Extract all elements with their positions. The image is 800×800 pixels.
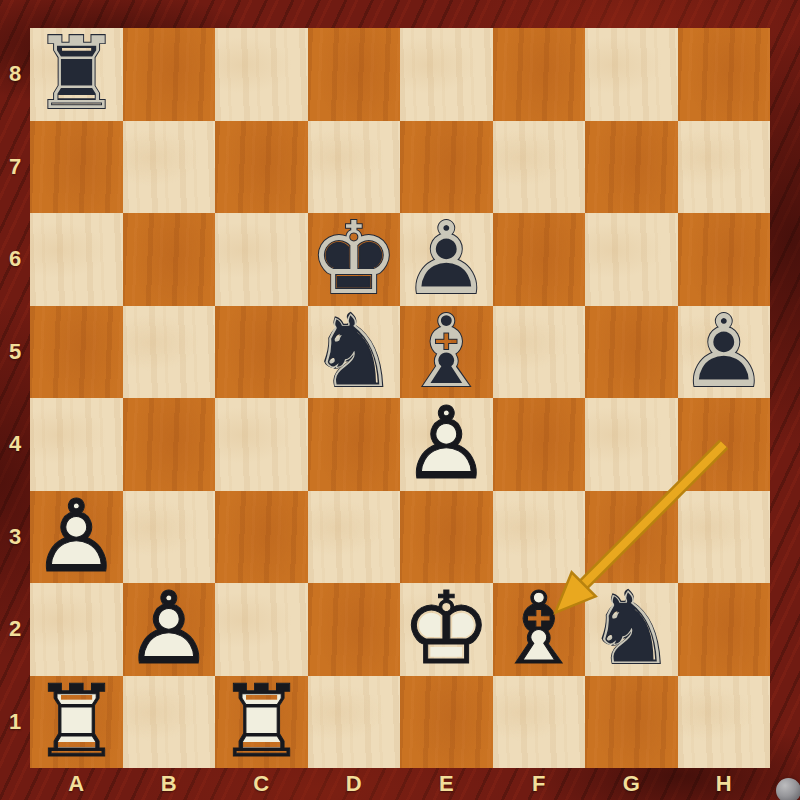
piece-white-king[interactable]: ♚♔	[400, 583, 493, 676]
square-e4[interactable]: ♟♙	[400, 398, 493, 491]
square-d7[interactable]	[308, 121, 401, 214]
rank-label-4: 4	[0, 398, 30, 491]
square-f5[interactable]	[493, 306, 586, 399]
rank-label-6: 6	[0, 213, 30, 306]
square-e3[interactable]	[400, 491, 493, 584]
rank-label-3: 3	[0, 491, 30, 584]
square-f8[interactable]	[493, 28, 586, 121]
square-a7[interactable]	[30, 121, 123, 214]
square-d2[interactable]	[308, 583, 401, 676]
square-c6[interactable]	[215, 213, 308, 306]
square-b2[interactable]: ♟♙	[123, 583, 216, 676]
board-frame: ♜♖♚♔♟♙♞♘♝♗♟♙♟♙♟♙♟♙♚♔♝♗♞♘♜♖♜♖ 87654321 AB…	[0, 0, 800, 800]
pawn-glyph-detail: ♙	[30, 491, 123, 584]
rank-label-5: 5	[0, 306, 30, 399]
square-g1[interactable]	[585, 676, 678, 769]
corner-dot-decoration	[776, 778, 800, 800]
piece-black-pawn[interactable]: ♟♙	[678, 306, 771, 399]
square-f1[interactable]	[493, 676, 586, 769]
piece-white-pawn[interactable]: ♟♙	[400, 398, 493, 491]
file-label-g: G	[585, 768, 678, 800]
pawn-glyph-detail: ♙	[400, 213, 493, 306]
pawn-glyph-detail: ♙	[123, 583, 216, 676]
square-f3[interactable]	[493, 491, 586, 584]
square-a2[interactable]	[30, 583, 123, 676]
square-b6[interactable]	[123, 213, 216, 306]
piece-black-king[interactable]: ♚♔	[308, 213, 401, 306]
pawn-glyph-detail: ♙	[400, 398, 493, 491]
square-h6[interactable]	[678, 213, 771, 306]
file-label-b: B	[123, 768, 216, 800]
bishop-glyph-detail: ♗	[493, 583, 586, 676]
square-a4[interactable]	[30, 398, 123, 491]
knight-glyph-detail: ♘	[308, 306, 401, 399]
rank-label-2: 2	[0, 583, 30, 676]
square-h2[interactable]	[678, 583, 771, 676]
square-f2[interactable]: ♝♗	[493, 583, 586, 676]
square-c1[interactable]: ♜♖	[215, 676, 308, 769]
piece-white-pawn[interactable]: ♟♙	[123, 583, 216, 676]
piece-white-rook[interactable]: ♜♖	[30, 676, 123, 769]
square-f6[interactable]	[493, 213, 586, 306]
file-label-a: A	[30, 768, 123, 800]
file-label-d: D	[308, 768, 401, 800]
square-b8[interactable]	[123, 28, 216, 121]
chessboard: ♜♖♚♔♟♙♞♘♝♗♟♙♟♙♟♙♟♙♚♔♝♗♞♘♜♖♜♖	[30, 28, 770, 768]
square-d8[interactable]	[308, 28, 401, 121]
piece-white-rook[interactable]: ♜♖	[215, 676, 308, 769]
rook-glyph-detail: ♖	[215, 676, 308, 769]
square-d1[interactable]	[308, 676, 401, 769]
square-g6[interactable]	[585, 213, 678, 306]
square-c3[interactable]	[215, 491, 308, 584]
square-c7[interactable]	[215, 121, 308, 214]
square-b1[interactable]	[123, 676, 216, 769]
bishop-glyph-detail: ♗	[400, 306, 493, 399]
square-b4[interactable]	[123, 398, 216, 491]
square-e7[interactable]	[400, 121, 493, 214]
square-e8[interactable]	[400, 28, 493, 121]
square-f7[interactable]	[493, 121, 586, 214]
square-c8[interactable]	[215, 28, 308, 121]
square-a8[interactable]: ♜♖	[30, 28, 123, 121]
piece-black-rook[interactable]: ♜♖	[30, 28, 123, 121]
square-h4[interactable]	[678, 398, 771, 491]
square-c5[interactable]	[215, 306, 308, 399]
square-g7[interactable]	[585, 121, 678, 214]
piece-black-knight[interactable]: ♞♘	[585, 583, 678, 676]
pawn-glyph-detail: ♙	[678, 306, 771, 399]
file-label-c: C	[215, 768, 308, 800]
square-h1[interactable]	[678, 676, 771, 769]
square-c2[interactable]	[215, 583, 308, 676]
square-g3[interactable]	[585, 491, 678, 584]
king-glyph-detail: ♔	[400, 583, 493, 676]
piece-white-bishop[interactable]: ♝♗	[493, 583, 586, 676]
file-label-h: H	[678, 768, 771, 800]
rook-glyph-detail: ♖	[30, 676, 123, 769]
square-b7[interactable]	[123, 121, 216, 214]
square-e6[interactable]: ♟♙	[400, 213, 493, 306]
piece-white-pawn[interactable]: ♟♙	[30, 491, 123, 584]
rank-label-1: 1	[0, 676, 30, 769]
square-c4[interactable]	[215, 398, 308, 491]
square-d6[interactable]: ♚♔	[308, 213, 401, 306]
piece-black-pawn[interactable]: ♟♙	[400, 213, 493, 306]
square-b5[interactable]	[123, 306, 216, 399]
square-b3[interactable]	[123, 491, 216, 584]
square-g2[interactable]: ♞♘	[585, 583, 678, 676]
square-d5[interactable]: ♞♘	[308, 306, 401, 399]
square-a3[interactable]: ♟♙	[30, 491, 123, 584]
piece-black-knight[interactable]: ♞♘	[308, 306, 401, 399]
square-h8[interactable]	[678, 28, 771, 121]
square-g4[interactable]	[585, 398, 678, 491]
square-a6[interactable]	[30, 213, 123, 306]
square-e5[interactable]: ♝♗	[400, 306, 493, 399]
square-g8[interactable]	[585, 28, 678, 121]
file-label-f: F	[493, 768, 586, 800]
square-d3[interactable]	[308, 491, 401, 584]
square-e2[interactable]: ♚♔	[400, 583, 493, 676]
king-glyph-detail: ♔	[308, 213, 401, 306]
piece-black-bishop[interactable]: ♝♗	[400, 306, 493, 399]
square-a5[interactable]	[30, 306, 123, 399]
square-g5[interactable]	[585, 306, 678, 399]
knight-glyph-detail: ♘	[585, 583, 678, 676]
square-h3[interactable]	[678, 491, 771, 584]
rook-glyph-detail: ♖	[30, 28, 123, 121]
square-f4[interactable]	[493, 398, 586, 491]
square-a1[interactable]: ♜♖	[30, 676, 123, 769]
square-h7[interactable]	[678, 121, 771, 214]
square-h5[interactable]: ♟♙	[678, 306, 771, 399]
file-label-e: E	[400, 768, 493, 800]
square-d4[interactable]	[308, 398, 401, 491]
rank-label-8: 8	[0, 28, 30, 121]
square-e1[interactable]	[400, 676, 493, 769]
rank-label-7: 7	[0, 121, 30, 214]
